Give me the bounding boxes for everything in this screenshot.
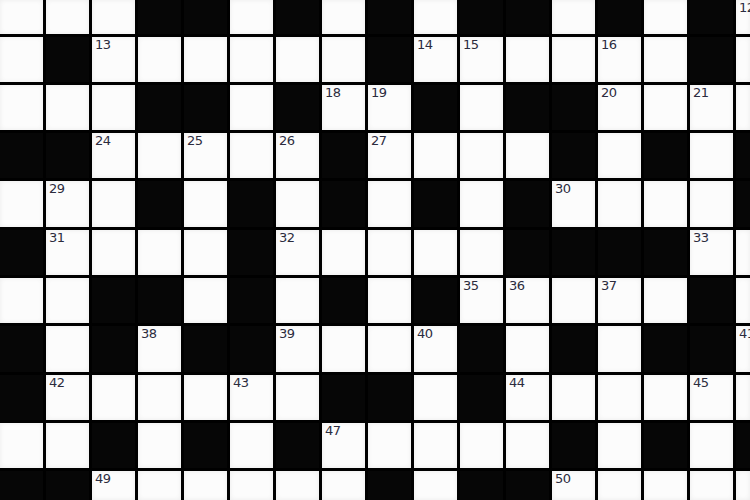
black-cell-r9c2 — [92, 423, 135, 468]
cell-r4c1[interactable]: 29 — [46, 181, 89, 226]
cell-r0c7[interactable] — [322, 0, 365, 34]
cell-r10c15[interactable] — [690, 471, 733, 499]
cell-r8c4[interactable] — [184, 375, 227, 420]
clue-number: 26 — [279, 133, 295, 148]
cell-r6c4[interactable] — [184, 278, 227, 323]
cell-r3c8[interactable]: 27 — [368, 133, 411, 178]
black-cell-r5c11 — [506, 230, 549, 275]
cell-r8c13[interactable] — [598, 375, 641, 420]
cell-r7c8[interactable] — [368, 326, 411, 371]
cell-r5c10[interactable] — [460, 230, 503, 275]
cell-r6c12[interactable] — [552, 278, 595, 323]
cell-r10c5[interactable] — [230, 471, 273, 499]
cell-r7c3[interactable]: 38 — [138, 326, 181, 371]
cell-r3c6[interactable]: 26 — [276, 133, 319, 178]
cell-r3c13[interactable] — [598, 133, 641, 178]
cell-r7c9[interactable]: 40 — [414, 326, 457, 371]
cell-r10c14[interactable] — [644, 471, 687, 499]
cell-r4c0[interactable] — [0, 181, 43, 226]
clue-number: 41 — [739, 326, 750, 341]
cell-r9c5[interactable] — [230, 423, 273, 468]
cell-r5c2[interactable] — [92, 230, 135, 275]
cell-r2c15[interactable]: 21 — [690, 85, 733, 130]
black-cell-r4c5 — [230, 181, 273, 226]
cell-r9c1[interactable] — [46, 423, 89, 468]
black-cell-r8c8 — [368, 375, 411, 420]
clue-number: 12 — [739, 0, 750, 15]
cell-r9c0[interactable] — [0, 423, 43, 468]
cell-r5c6[interactable]: 32 — [276, 230, 319, 275]
cell-r7c1[interactable] — [46, 326, 89, 371]
cell-r0c9[interactable] — [414, 0, 457, 34]
cell-r9c7[interactable]: 47 — [322, 423, 365, 468]
black-cell-r9c14 — [644, 423, 687, 468]
clue-number: 47 — [325, 423, 341, 438]
cell-r2c13[interactable]: 20 — [598, 85, 641, 130]
cell-r1c10[interactable]: 15 — [460, 37, 503, 82]
clue-number: 38 — [141, 326, 157, 341]
black-cell-r0c3 — [138, 0, 181, 34]
black-cell-r6c5 — [230, 278, 273, 323]
black-cell-r6c9 — [414, 278, 457, 323]
cell-r1c11[interactable] — [506, 37, 549, 82]
cell-r0c12[interactable] — [552, 0, 595, 34]
cell-r10c4[interactable] — [184, 471, 227, 499]
clue-number: 33 — [693, 230, 709, 245]
cell-r1c12[interactable] — [552, 37, 595, 82]
clue-number: 16 — [601, 37, 617, 52]
clue-number: 18 — [325, 85, 341, 100]
cell-r7c6[interactable]: 39 — [276, 326, 319, 371]
cell-r0c1[interactable] — [46, 0, 89, 34]
black-cell-r3c0 — [0, 133, 43, 178]
clue-number: 24 — [95, 133, 111, 148]
black-cell-r9c6 — [276, 423, 319, 468]
clue-number: 20 — [601, 85, 617, 100]
cell-r7c7[interactable] — [322, 326, 365, 371]
clue-number: 14 — [417, 37, 433, 52]
black-cell-r5c0 — [0, 230, 43, 275]
cell-r5c15[interactable]: 33 — [690, 230, 733, 275]
cell-r7c16[interactable]: 41 — [736, 326, 750, 371]
cell-r10c2[interactable]: 49 — [92, 471, 135, 499]
cell-r6c0[interactable] — [0, 278, 43, 323]
clue-number: 25 — [187, 133, 203, 148]
cell-r10c9[interactable] — [414, 471, 457, 499]
black-cell-r6c7 — [322, 278, 365, 323]
cell-r3c9[interactable] — [414, 133, 457, 178]
cell-r7c13[interactable] — [598, 326, 641, 371]
black-cell-r4c16 — [736, 181, 750, 226]
cell-r1c3[interactable] — [138, 37, 181, 82]
cell-r1c0[interactable] — [0, 37, 43, 82]
cell-r5c7[interactable] — [322, 230, 365, 275]
clue-number: 27 — [371, 133, 387, 148]
cell-r1c7[interactable] — [322, 37, 365, 82]
cell-r10c3[interactable] — [138, 471, 181, 499]
cell-r6c14[interactable] — [644, 278, 687, 323]
clue-number: 21 — [693, 85, 709, 100]
black-cell-r2c11 — [506, 85, 549, 130]
cell-r1c6[interactable] — [276, 37, 319, 82]
cell-r3c3[interactable] — [138, 133, 181, 178]
cell-r9c15[interactable] — [690, 423, 733, 468]
black-cell-r4c11 — [506, 181, 549, 226]
clue-number: 31 — [49, 230, 65, 245]
black-cell-r9c4 — [184, 423, 227, 468]
black-cell-r7c4 — [184, 326, 227, 371]
cell-r3c5[interactable] — [230, 133, 273, 178]
clue-number: 29 — [49, 181, 65, 196]
clue-number: 49 — [95, 471, 111, 486]
cell-r6c11[interactable]: 36 — [506, 278, 549, 323]
black-cell-r4c3 — [138, 181, 181, 226]
clue-number: 42 — [49, 375, 65, 390]
cell-r8c14[interactable] — [644, 375, 687, 420]
black-cell-r1c1 — [46, 37, 89, 82]
cell-r10c13[interactable] — [598, 471, 641, 499]
black-cell-r0c6 — [276, 0, 319, 34]
cell-r6c16[interactable] — [736, 278, 750, 323]
black-cell-r0c13 — [598, 0, 641, 34]
cell-r2c14[interactable] — [644, 85, 687, 130]
black-cell-r3c1 — [46, 133, 89, 178]
cell-r8c1[interactable]: 42 — [46, 375, 89, 420]
cell-r4c8[interactable] — [368, 181, 411, 226]
cell-r9c10[interactable] — [460, 423, 503, 468]
black-cell-r8c0 — [0, 375, 43, 420]
black-cell-r7c14 — [644, 326, 687, 371]
cell-r4c13[interactable] — [598, 181, 641, 226]
cell-r6c13[interactable]: 37 — [598, 278, 641, 323]
cell-r5c4[interactable] — [184, 230, 227, 275]
cell-r0c14[interactable] — [644, 0, 687, 34]
cell-r10c6[interactable] — [276, 471, 319, 499]
black-cell-r0c10 — [460, 0, 503, 34]
black-cell-r8c10 — [460, 375, 503, 420]
cell-r4c2[interactable] — [92, 181, 135, 226]
cell-r1c4[interactable] — [184, 37, 227, 82]
cell-r10c7[interactable] — [322, 471, 365, 499]
cell-r8c12[interactable] — [552, 375, 595, 420]
black-cell-r0c8 — [368, 0, 411, 34]
cell-r8c16[interactable] — [736, 375, 750, 420]
black-cell-r3c7 — [322, 133, 365, 178]
cell-r9c8[interactable] — [368, 423, 411, 468]
black-cell-r2c4 — [184, 85, 227, 130]
black-cell-r10c11 — [506, 471, 549, 499]
cell-r0c16[interactable]: 12 — [736, 0, 750, 34]
black-cell-r0c11 — [506, 0, 549, 34]
crossword-grid: 1213141516181920212425262729303132333536… — [0, 0, 750, 500]
cell-r7c11[interactable] — [506, 326, 549, 371]
cell-r3c15[interactable] — [690, 133, 733, 178]
black-cell-r2c9 — [414, 85, 457, 130]
black-cell-r8c7 — [322, 375, 365, 420]
cell-r2c5[interactable] — [230, 85, 273, 130]
black-cell-r6c15 — [690, 278, 733, 323]
clue-number: 45 — [693, 375, 709, 390]
cell-r1c13[interactable]: 16 — [598, 37, 641, 82]
black-cell-r9c16 — [736, 423, 750, 468]
cell-r6c8[interactable] — [368, 278, 411, 323]
black-cell-r7c5 — [230, 326, 273, 371]
cell-r10c12[interactable]: 50 — [552, 471, 595, 499]
black-cell-r3c12 — [552, 133, 595, 178]
cell-r1c2[interactable]: 13 — [92, 37, 135, 82]
cell-r5c8[interactable] — [368, 230, 411, 275]
black-cell-r1c15 — [690, 37, 733, 82]
cell-r3c4[interactable]: 25 — [184, 133, 227, 178]
cell-r0c2[interactable] — [92, 0, 135, 34]
black-cell-r7c2 — [92, 326, 135, 371]
cell-r5c9[interactable] — [414, 230, 457, 275]
cell-r8c2[interactable] — [92, 375, 135, 420]
cell-r6c10[interactable]: 35 — [460, 278, 503, 323]
black-cell-r9c12 — [552, 423, 595, 468]
clue-number: 30 — [555, 181, 571, 196]
cell-r4c15[interactable] — [690, 181, 733, 226]
clue-number: 36 — [509, 278, 525, 293]
clue-number: 43 — [233, 375, 249, 390]
black-cell-r4c9 — [414, 181, 457, 226]
cell-r2c0[interactable] — [0, 85, 43, 130]
cell-r4c6[interactable] — [276, 181, 319, 226]
cell-r3c11[interactable] — [506, 133, 549, 178]
cell-r9c3[interactable] — [138, 423, 181, 468]
black-cell-r7c12 — [552, 326, 595, 371]
cell-r1c14[interactable] — [644, 37, 687, 82]
cell-r8c6[interactable] — [276, 375, 319, 420]
cell-r0c5[interactable] — [230, 0, 273, 34]
black-cell-r10c10 — [460, 471, 503, 499]
cell-r10c16[interactable] — [736, 471, 750, 499]
cell-r1c9[interactable]: 14 — [414, 37, 457, 82]
clue-number: 19 — [371, 85, 387, 100]
black-cell-r2c3 — [138, 85, 181, 130]
cell-r9c9[interactable] — [414, 423, 457, 468]
black-cell-r7c0 — [0, 326, 43, 371]
clue-number: 13 — [95, 37, 111, 52]
clue-number: 40 — [417, 326, 433, 341]
clue-number: 39 — [279, 326, 295, 341]
black-cell-r6c2 — [92, 278, 135, 323]
black-cell-r5c13 — [598, 230, 641, 275]
black-cell-r1c8 — [368, 37, 411, 82]
cell-r6c6[interactable] — [276, 278, 319, 323]
cell-r1c5[interactable] — [230, 37, 273, 82]
cell-r4c12[interactable]: 30 — [552, 181, 595, 226]
cell-r4c4[interactable] — [184, 181, 227, 226]
cell-r2c16[interactable] — [736, 85, 750, 130]
cell-r6c1[interactable] — [46, 278, 89, 323]
clue-number: 50 — [555, 471, 571, 486]
cell-r8c9[interactable] — [414, 375, 457, 420]
cell-r5c3[interactable] — [138, 230, 181, 275]
black-cell-r5c12 — [552, 230, 595, 275]
clue-number: 32 — [279, 230, 295, 245]
black-cell-r5c14 — [644, 230, 687, 275]
black-cell-r2c12 — [552, 85, 595, 130]
cell-r4c10[interactable] — [460, 181, 503, 226]
cell-r8c15[interactable]: 45 — [690, 375, 733, 420]
black-cell-r7c10 — [460, 326, 503, 371]
cell-r2c10[interactable] — [460, 85, 503, 130]
cell-r1c16[interactable] — [736, 37, 750, 82]
clue-number: 15 — [463, 37, 479, 52]
black-cell-r10c1 — [46, 471, 89, 499]
black-cell-r10c0 — [0, 471, 43, 499]
cell-r4c14[interactable] — [644, 181, 687, 226]
cell-r3c2[interactable]: 24 — [92, 133, 135, 178]
black-cell-r2c6 — [276, 85, 319, 130]
black-cell-r3c14 — [644, 133, 687, 178]
cell-r9c11[interactable] — [506, 423, 549, 468]
cell-r2c1[interactable] — [46, 85, 89, 130]
clue-number: 37 — [601, 278, 617, 293]
black-cell-r7c15 — [690, 326, 733, 371]
clue-number: 44 — [509, 375, 525, 390]
black-cell-r0c4 — [184, 0, 227, 34]
clue-number: 35 — [463, 278, 479, 293]
black-cell-r4c7 — [322, 181, 365, 226]
cell-r3c10[interactable] — [460, 133, 503, 178]
cell-r8c3[interactable] — [138, 375, 181, 420]
black-cell-r6c3 — [138, 278, 181, 323]
cell-r0c0[interactable] — [0, 0, 43, 34]
black-cell-r10c8 — [368, 471, 411, 499]
black-cell-r0c15 — [690, 0, 733, 34]
black-cell-r3c16 — [736, 133, 750, 178]
cell-r2c7[interactable]: 18 — [322, 85, 365, 130]
black-cell-r5c5 — [230, 230, 273, 275]
cell-r8c5[interactable]: 43 — [230, 375, 273, 420]
cell-r2c2[interactable] — [92, 85, 135, 130]
cell-r9c13[interactable] — [598, 423, 641, 468]
cell-r5c16[interactable] — [736, 230, 750, 275]
cell-r8c11[interactable]: 44 — [506, 375, 549, 420]
cell-r2c8[interactable]: 19 — [368, 85, 411, 130]
cell-r5c1[interactable]: 31 — [46, 230, 89, 275]
